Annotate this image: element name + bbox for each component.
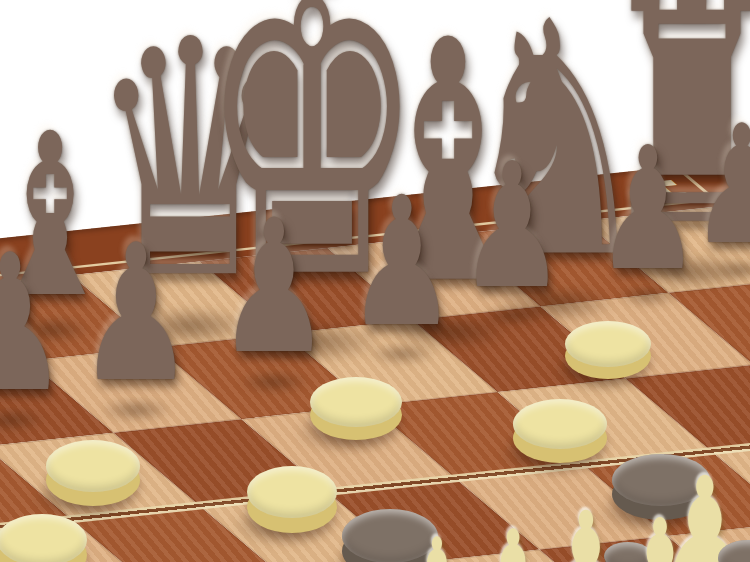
yellow-checker-b3[interactable] (46, 440, 140, 492)
brown-pawn-d2[interactable]: ♟ (217, 196, 331, 380)
brown-pawn-b2[interactable]: ♟ (0, 230, 68, 419)
brown-pawn-f2[interactable]: ♟ (459, 141, 566, 314)
brown-pawn-g2[interactable]: ♟ (596, 124, 701, 294)
yellow-checker-f3[interactable] (565, 321, 651, 367)
yellow-checker-e4[interactable] (513, 399, 607, 449)
yellow-checker-a4[interactable] (0, 514, 87, 562)
pieces-overlay: ♝♛♚♝♞♜♟♟♟♟♟♟♟♟♟♟♟♟ (0, 0, 750, 562)
yellow-checker-c4[interactable] (247, 466, 337, 518)
cream-pawn-3[interactable]: ♟ (546, 495, 627, 562)
brown-pawn-h2[interactable]: ♟ (691, 104, 750, 268)
photo-scene: H ♝♛♚♝♞♜♟♟♟♟♟♟♟♟♟♟♟♟ (0, 0, 750, 562)
cream-pawn-2[interactable]: ♟ (477, 516, 549, 562)
brown-pawn-e2[interactable]: ♟ (347, 174, 457, 352)
brown-pawn-c2[interactable]: ♟ (78, 220, 195, 409)
yellow-checker-d3[interactable] (310, 377, 402, 427)
cream-pawn-1[interactable]: ♟ (408, 525, 465, 562)
